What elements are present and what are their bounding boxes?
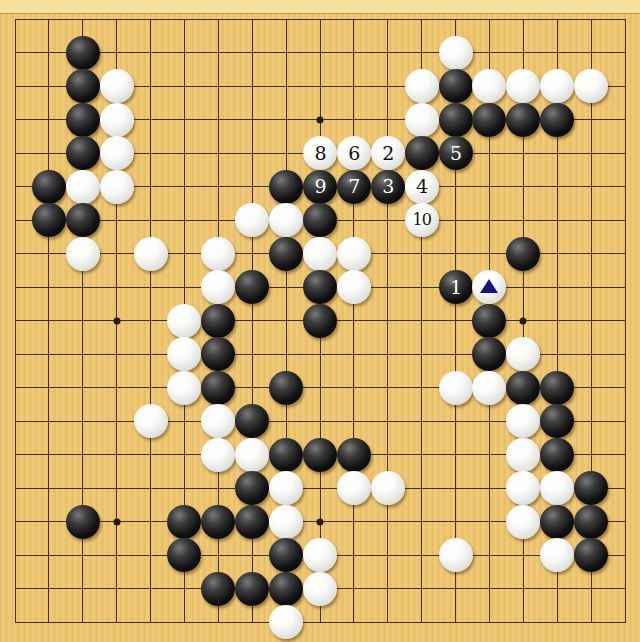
- white-stone: [269, 471, 303, 505]
- move-number-label: 2: [382, 144, 393, 163]
- white-stone: 8: [303, 136, 337, 170]
- black-stone: [540, 505, 574, 539]
- white-stone: [167, 371, 201, 405]
- black-stone: 7: [337, 170, 371, 204]
- black-stone: [472, 304, 506, 338]
- black-stone: [235, 270, 269, 304]
- white-stone: [439, 538, 473, 572]
- black-stone: [337, 438, 371, 472]
- black-stone: [269, 237, 303, 271]
- move-number-label: 6: [348, 144, 359, 163]
- black-stone: [66, 136, 100, 170]
- star-point: [317, 116, 324, 123]
- black-stone: [66, 103, 100, 137]
- white-stone: [134, 237, 168, 271]
- black-stone: [574, 538, 608, 572]
- black-stone: [235, 404, 269, 438]
- black-stone: [303, 304, 337, 338]
- black-stone: 9: [303, 170, 337, 204]
- white-stone: [337, 237, 371, 271]
- black-stone: [167, 538, 201, 572]
- white-stone: [100, 170, 134, 204]
- white-stone: [540, 471, 574, 505]
- white-stone: [472, 270, 506, 304]
- black-stone: [506, 237, 540, 271]
- move-number-label: 4: [416, 177, 427, 196]
- white-stone: [405, 103, 439, 137]
- black-stone: [303, 270, 337, 304]
- go-board: 86259734101: [0, 0, 640, 642]
- grid-line-horizontal: [15, 19, 626, 20]
- white-stone: [201, 438, 235, 472]
- black-stone: [201, 505, 235, 539]
- black-stone: [540, 438, 574, 472]
- white-stone: [235, 203, 269, 237]
- grid-line-vertical: [353, 19, 354, 623]
- move-number-label: 1: [450, 278, 461, 297]
- black-stone: 1: [439, 270, 473, 304]
- grid-line-vertical: [387, 19, 388, 623]
- white-stone: [201, 270, 235, 304]
- star-point: [113, 317, 120, 324]
- move-number-label: 7: [348, 177, 359, 196]
- black-stone: 3: [371, 170, 405, 204]
- black-stone: [66, 203, 100, 237]
- white-stone: [506, 404, 540, 438]
- black-stone: [32, 203, 66, 237]
- move-number-label: 9: [314, 177, 325, 196]
- white-stone: [439, 371, 473, 405]
- black-stone: [540, 103, 574, 137]
- move-number-label: 3: [382, 177, 393, 196]
- black-stone: [235, 505, 269, 539]
- white-stone: [100, 136, 134, 170]
- white-stone: [134, 404, 168, 438]
- white-stone: [269, 203, 303, 237]
- star-point: [113, 518, 120, 525]
- black-stone: [439, 69, 473, 103]
- black-stone: [574, 471, 608, 505]
- black-stone: [235, 572, 269, 606]
- black-stone: [472, 103, 506, 137]
- move-number-label: 8: [314, 144, 325, 163]
- white-stone: [506, 471, 540, 505]
- white-stone: 2: [371, 136, 405, 170]
- white-stone: [337, 270, 371, 304]
- board-top-edge: [0, 0, 640, 13]
- star-point: [317, 518, 324, 525]
- white-stone: [439, 36, 473, 70]
- black-stone: [574, 505, 608, 539]
- white-stone: [167, 337, 201, 371]
- white-stone: [201, 404, 235, 438]
- white-stone: [506, 69, 540, 103]
- white-stone: [303, 538, 337, 572]
- black-stone: [303, 438, 337, 472]
- white-stone: [506, 337, 540, 371]
- white-stone: [540, 69, 574, 103]
- triangle-marker: [480, 279, 498, 293]
- white-stone: [66, 237, 100, 271]
- white-stone: [337, 471, 371, 505]
- white-stone: [66, 170, 100, 204]
- black-stone: [66, 36, 100, 70]
- white-stone: [506, 438, 540, 472]
- black-stone: [540, 371, 574, 405]
- black-stone: [201, 572, 235, 606]
- black-stone: [235, 471, 269, 505]
- black-stone: [66, 69, 100, 103]
- white-stone: [472, 371, 506, 405]
- white-stone: 6: [337, 136, 371, 170]
- black-stone: [201, 304, 235, 338]
- move-number-label: 5: [450, 144, 461, 163]
- black-stone: [167, 505, 201, 539]
- black-stone: [269, 572, 303, 606]
- black-stone: [269, 371, 303, 405]
- grid-line-horizontal: [15, 622, 626, 623]
- white-stone: [100, 103, 134, 137]
- black-stone: [32, 170, 66, 204]
- grid-line-horizontal: [15, 52, 626, 53]
- white-stone: [235, 438, 269, 472]
- black-stone: [506, 103, 540, 137]
- white-stone: [574, 69, 608, 103]
- white-stone: [303, 237, 337, 271]
- black-stone: [506, 371, 540, 405]
- white-stone: 10: [405, 203, 439, 237]
- white-stone: [506, 505, 540, 539]
- black-stone: [405, 136, 439, 170]
- black-stone: [269, 170, 303, 204]
- white-stone: [303, 572, 337, 606]
- white-stone: 4: [405, 170, 439, 204]
- white-stone: [100, 69, 134, 103]
- white-stone: [371, 471, 405, 505]
- black-stone: [439, 103, 473, 137]
- star-point: [520, 317, 527, 324]
- black-stone: [269, 438, 303, 472]
- white-stone: [167, 304, 201, 338]
- move-number-label: 10: [412, 212, 430, 228]
- black-stone: 5: [439, 136, 473, 170]
- black-stone: [201, 337, 235, 371]
- black-stone: [540, 404, 574, 438]
- white-stone: [540, 538, 574, 572]
- grid-line-vertical: [625, 19, 626, 623]
- black-stone: [303, 203, 337, 237]
- grid-line-vertical: [15, 19, 16, 623]
- grid-line-vertical: [150, 19, 151, 623]
- black-stone: [269, 538, 303, 572]
- white-stone: [269, 505, 303, 539]
- grid-line-vertical: [48, 19, 49, 623]
- white-stone: [405, 69, 439, 103]
- white-stone: [472, 69, 506, 103]
- black-stone: [472, 337, 506, 371]
- black-stone: [201, 371, 235, 405]
- white-stone: [269, 605, 303, 639]
- white-stone: [201, 237, 235, 271]
- black-stone: [66, 505, 100, 539]
